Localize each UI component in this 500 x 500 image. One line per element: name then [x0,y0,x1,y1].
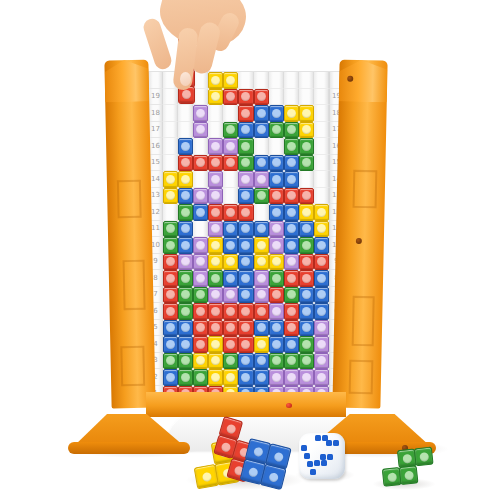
tile-dot [181,307,190,316]
board-cell [238,287,253,304]
tile-dot [196,158,205,167]
tile-dot [241,191,250,200]
tile-dot [302,340,311,349]
tile-dot [287,208,296,217]
tile-dot [241,208,250,217]
board-cell [223,353,238,370]
board-cell [299,287,314,304]
board-cell [193,221,208,238]
board-cell [269,303,284,320]
board-cell [223,105,238,122]
left-foot-pad [68,442,190,454]
tile-dot [317,274,326,283]
board-cell [269,237,284,254]
board-cell [269,89,284,106]
tile-dot [257,241,266,250]
tile-dot [241,290,250,299]
engraving [120,346,145,386]
tetromino-die [299,433,345,479]
tile-dot [272,241,281,250]
tile-dot [257,224,266,233]
board-cell [163,353,178,370]
tile-dot [257,290,266,299]
board-cell [178,303,193,320]
board-cell [208,204,223,221]
tile-dot [272,224,281,233]
tile-dot [196,208,205,217]
tile-dot [241,373,250,382]
board-cell [269,188,284,205]
board-cell [163,122,178,139]
tile-dot [211,323,220,332]
tile-dot [196,356,205,365]
tile-dot [272,158,281,167]
tile-dot [317,307,326,316]
tile-dot [181,191,190,200]
tile-dot [181,290,190,299]
tile-dot [211,257,220,266]
board-cell [163,369,178,386]
board-cell [299,221,314,238]
board-cell [178,287,193,304]
right-pillar-cap [339,60,388,103]
tile-dot [196,373,205,382]
tile-dot [272,208,281,217]
tile-dot [302,373,311,382]
board-cell [163,171,178,188]
board-cell [163,221,178,238]
board-cell [163,138,178,155]
board-cell [178,369,193,386]
tile-dot [196,125,205,134]
board-cell [178,237,193,254]
board-cell [284,369,299,386]
board-cell [314,171,329,188]
tile-dot [241,307,250,316]
board-cell [208,105,223,122]
board-cell [178,320,193,337]
tile-dot [241,142,250,151]
tile-dot [211,76,220,85]
board-cell [314,353,329,370]
tile-dot [196,290,205,299]
board-cell [178,155,193,172]
board-cell [208,303,223,320]
board-cell [269,155,284,172]
board-cell [269,270,284,287]
tile-dot [241,274,250,283]
board-cell [163,89,178,106]
board-cell [284,188,299,205]
tile-dot [317,241,326,250]
board-cell [178,221,193,238]
tile-dot [272,323,281,332]
board-cell [208,171,223,188]
tile-dot [226,307,235,316]
engraving [117,180,142,218]
board-cell [314,105,329,122]
board-cell [299,105,314,122]
board-cell [193,254,208,271]
board-cell [163,303,178,320]
tile-dot [211,208,220,217]
board-cell [284,138,299,155]
tile-dot [226,323,235,332]
board-cell [238,155,253,172]
tile-dot [287,241,296,250]
board-cell [254,320,269,337]
tile-dot [211,340,220,349]
board-cell [178,270,193,287]
board-cell [254,105,269,122]
tile-dot [226,340,235,349]
tile-dot [226,125,235,134]
board-cell [284,204,299,221]
board-cell [193,237,208,254]
board-cell [238,188,253,205]
board-cell [314,204,329,221]
left-pillar [104,60,155,409]
tile-dot [166,224,175,233]
tile-dot [196,109,205,118]
board-cell [163,105,178,122]
tile-dot [166,290,175,299]
tile-dot [287,356,296,365]
tile-dot [257,356,266,365]
board-cell [238,369,253,386]
tile-dot [302,290,311,299]
tile-dot [302,241,311,250]
tile-dot [287,142,296,151]
board-cell [223,122,238,139]
tile-dot [196,241,205,250]
board-cell [299,138,314,155]
board-cell [254,237,269,254]
tile-dot [317,290,326,299]
tile-dot [287,158,296,167]
board-cell [254,270,269,287]
tile-dot [166,307,175,316]
board-cell [193,320,208,337]
tile-dot [317,373,326,382]
tile-dot [241,340,250,349]
board-cell [299,155,314,172]
board-cell [193,138,208,155]
tile-dot [211,224,220,233]
die-pip [314,460,320,466]
board-cell [284,221,299,238]
board-cell [208,353,223,370]
board-cell [193,72,208,89]
board-cell [223,138,238,155]
tile-dot [257,92,266,101]
board-cell [299,122,314,139]
tile-dot [166,373,175,382]
board-cell [314,221,329,238]
board-cell [208,72,223,89]
board-cell [269,320,284,337]
board-cell [269,122,284,139]
tile-dot [302,142,311,151]
tile-dot [241,323,250,332]
board-cell [193,336,208,353]
board-cell [284,287,299,304]
tile-dot [196,257,205,266]
tile-dot [272,274,281,283]
board-cell [193,353,208,370]
board-cell [238,270,253,287]
tile-dot [272,125,281,134]
tile-dot [211,175,220,184]
die-pip [304,453,310,459]
tile-dot [257,257,266,266]
tile-dot [211,290,220,299]
board-cell [208,336,223,353]
tile-dot [166,241,175,250]
board-cell [178,105,193,122]
board-cell [223,171,238,188]
tile-dot [287,323,296,332]
tile-dot [196,323,205,332]
board-cell [163,254,178,271]
board-cell [314,320,329,337]
board-cell [269,72,284,89]
board-cell [163,155,178,172]
tile-dot [257,323,266,332]
tile-dot [181,323,190,332]
board-cell [208,369,223,386]
board-cell [208,122,223,139]
board-cell [314,188,329,205]
board-cell [163,336,178,353]
tile-dot [196,340,205,349]
tile-dot [181,356,190,365]
tile-dot [226,76,235,85]
tile-dot [272,257,281,266]
row-number: 17 [148,122,163,139]
board-cell [208,237,223,254]
board-cell [238,353,253,370]
board-cell [269,171,284,188]
board-cell [223,287,238,304]
left-pillar-cap [104,60,149,103]
tile-dot [257,175,266,184]
tile-dot [272,356,281,365]
board-cell [284,122,299,139]
board-cell [223,188,238,205]
tile-dot [241,224,250,233]
tile-dot [257,191,266,200]
tile-dot [317,323,326,332]
board-cell [299,336,314,353]
tile-dot [166,323,175,332]
die-pip [301,445,307,451]
tile-dot [181,208,190,217]
board-cell [163,204,178,221]
board-cell [314,254,329,271]
die-pip [307,461,313,467]
bottom-crossbar [146,392,346,417]
tile-dot [317,224,326,233]
board-cell [163,320,178,337]
board-cell [223,320,238,337]
tile-dot [317,356,326,365]
engraving [352,296,375,346]
board-cell [284,89,299,106]
board-cell [238,122,253,139]
tile-dot [181,158,190,167]
tile-dot [302,274,311,283]
tile-dot [226,92,235,101]
board-cell [178,171,193,188]
board-cell [238,336,253,353]
tile-dot [226,274,235,283]
tile-dot [272,340,281,349]
board-cell [178,204,193,221]
tile-dot [196,191,205,200]
tile-dot [272,290,281,299]
tile-dot [302,356,311,365]
tile-dot [181,224,190,233]
board-cell [299,204,314,221]
board-cell [254,89,269,106]
tile-dot [302,224,311,233]
board-cell [314,237,329,254]
tile-dot [302,125,311,134]
board-cell [299,369,314,386]
die-pip [327,454,333,460]
board-cell [238,89,253,106]
tile-dot [272,373,281,382]
screw-icon [356,238,362,244]
board-cell [238,171,253,188]
tile-dot [257,274,266,283]
board-cell [254,369,269,386]
board-cell [299,171,314,188]
board-cell [193,369,208,386]
board-cell [314,336,329,353]
board-cell [299,89,314,106]
tile-dot [257,307,266,316]
board-cell [223,303,238,320]
board-cell [269,105,284,122]
board-cell [193,105,208,122]
board-cell [193,155,208,172]
board-cell [223,155,238,172]
tile-dot [241,109,250,118]
tile-dot [211,373,220,382]
tile-dot [287,373,296,382]
tile-dot [302,257,311,266]
board-cell [254,204,269,221]
tile-dot [287,224,296,233]
board-cell [254,188,269,205]
die-pip [315,435,321,441]
board-cell [269,204,284,221]
board-cell [314,369,329,386]
board-cell [299,188,314,205]
tile-dot [287,290,296,299]
tile-dot [287,175,296,184]
tile-dot [257,373,266,382]
board-cell [314,138,329,155]
board-cell [208,287,223,304]
tile-dot [302,323,311,332]
board-cell [223,237,238,254]
die-pip [310,469,316,475]
board-cell [223,254,238,271]
board-cell [238,204,253,221]
board-cell [193,204,208,221]
tile-dot [272,175,281,184]
fingernail [180,72,191,86]
tile-dot [166,340,175,349]
tile-dot [196,307,205,316]
board-cell [193,171,208,188]
board-cell [223,336,238,353]
board-cell [299,254,314,271]
board-cell [178,254,193,271]
tile-dot [302,208,311,217]
board-cell [163,270,178,287]
tile-dot [302,191,311,200]
engraving [353,170,378,208]
tile-dot [287,274,296,283]
board-cell [178,138,193,155]
row-number: 19 [148,89,163,106]
board-cell [314,303,329,320]
tile-dot [211,307,220,316]
board-cell [299,237,314,254]
board-cell [254,171,269,188]
board-cell [284,237,299,254]
tile-dot [287,125,296,134]
board-cell [193,188,208,205]
board-cell [284,105,299,122]
tile-dot [226,241,235,250]
board-cell [314,155,329,172]
tile-dot [287,109,296,118]
board-cell [193,122,208,139]
board-cell [314,287,329,304]
board-cell [163,287,178,304]
board-cell [163,237,178,254]
board-cell [223,72,238,89]
tile-dot [287,191,296,200]
board-cell [178,353,193,370]
board-cell [269,138,284,155]
row-number [148,72,163,89]
engraving [349,360,374,394]
board-cell [284,72,299,89]
board-grid [163,72,329,402]
board-cell [254,221,269,238]
puzzle-board: 19181716151413121110987654321 1918171615… [148,72,344,402]
tile-dot [241,158,250,167]
board-cell [238,254,253,271]
board-cell [238,72,253,89]
board-cell [238,138,253,155]
board-cell [269,336,284,353]
die-pip [333,440,339,446]
board-cell [238,105,253,122]
right-pillar [332,60,387,409]
board-cell [254,122,269,139]
tile-dot [257,340,266,349]
screw-icon [347,76,353,82]
tile-dot [226,224,235,233]
board-cell [284,336,299,353]
